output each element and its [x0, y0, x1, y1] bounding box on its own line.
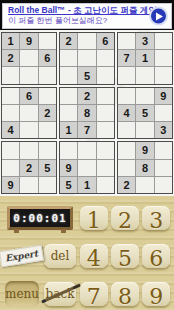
cell-r8c5[interactable] — [78, 160, 95, 176]
cell-r7c1[interactable] — [2, 142, 19, 158]
ad-content[interactable]: Roll the Ball™ - 초 고난이도 퍼즐 게임 이 퍼즐 한번 풀어… — [2, 3, 172, 29]
cell-r1c2[interactable]: 9 — [20, 33, 37, 49]
cell-r2c2[interactable] — [20, 50, 37, 66]
cell-r4c2[interactable]: 6 — [20, 88, 37, 104]
cell-r8c4[interactable]: 9 — [60, 160, 77, 176]
box-8: 951 — [59, 141, 115, 194]
cell-r5c8[interactable]: 5 — [136, 105, 153, 121]
back-label: back — [46, 287, 75, 301]
digit-2-label: 2 — [118, 210, 132, 232]
cell-r3c4[interactable] — [60, 67, 77, 83]
cell-r1c9[interactable] — [155, 33, 172, 49]
digit-button-9[interactable]: 9 — [142, 282, 170, 306]
back-pencil-button[interactable]: back — [44, 282, 76, 306]
cell-r1c5[interactable] — [78, 33, 95, 49]
cell-r1c4[interactable]: 2 — [60, 33, 77, 49]
cell-r7c5[interactable] — [78, 142, 95, 158]
cell-r3c3[interactable] — [39, 67, 56, 83]
cell-r6c4[interactable]: 1 — [60, 122, 77, 138]
digit-6-label: 6 — [149, 248, 163, 270]
digit-3-label: 3 — [149, 210, 163, 232]
cell-r6c1[interactable]: 4 — [2, 122, 19, 138]
cell-r3c7[interactable] — [118, 67, 135, 83]
cell-r9c5[interactable]: 1 — [78, 177, 95, 193]
digit-4-label: 4 — [87, 248, 101, 270]
cell-r5c1[interactable] — [2, 105, 19, 121]
cell-r1c3[interactable] — [39, 33, 56, 49]
digit-button-7[interactable]: 7 — [80, 282, 108, 306]
cell-r7c4[interactable] — [60, 142, 77, 158]
cell-r6c2[interactable] — [20, 122, 37, 138]
sudoku-board-area: 1926 265 371 624 2817 9453 259 951 982 — [0, 30, 174, 196]
cell-r9c3[interactable] — [39, 177, 56, 193]
cell-r7c6[interactable] — [97, 142, 114, 158]
box-3: 371 — [117, 32, 173, 85]
cell-r9c1[interactable]: 9 — [2, 177, 19, 193]
cell-r5c6[interactable] — [97, 105, 114, 121]
box-5: 2817 — [59, 87, 115, 140]
menu-button[interactable]: menu — [5, 281, 39, 307]
box-6: 9453 — [117, 87, 173, 140]
cell-r6c7[interactable] — [118, 122, 135, 138]
cell-r2c8[interactable]: 1 — [136, 50, 153, 66]
cell-r5c4[interactable] — [60, 105, 77, 121]
cell-r8c7[interactable] — [118, 160, 135, 176]
ad-banner: Roll the Ball™ - 초 고난이도 퍼즐 게임 이 퍼즐 한번 풀어… — [0, 0, 174, 30]
digit-button-5[interactable]: 5 — [111, 244, 139, 268]
game-timer: 0:00:01 — [7, 206, 73, 230]
cell-r7c3[interactable] — [39, 142, 56, 158]
cell-r4c1[interactable] — [2, 88, 19, 104]
digit-button-3[interactable]: 3 — [142, 206, 170, 230]
cell-r9c7[interactable]: 2 — [118, 177, 135, 193]
cell-r2c5[interactable] — [78, 50, 95, 66]
timer-display: 0:00:01 — [13, 212, 66, 225]
cell-r9c6[interactable] — [97, 177, 114, 193]
cell-r4c9[interactable]: 9 — [155, 88, 172, 104]
cell-r7c8[interactable]: 9 — [136, 142, 153, 158]
ad-play-button[interactable] — [149, 7, 168, 26]
digit-button-4[interactable]: 4 — [80, 244, 108, 268]
box-2: 265 — [59, 32, 115, 85]
digit-9-label: 9 — [149, 286, 163, 308]
cell-r4c7[interactable] — [118, 88, 135, 104]
cell-r8c3[interactable]: 5 — [39, 160, 56, 176]
cell-r2c3[interactable]: 6 — [39, 50, 56, 66]
ad-text[interactable]: Roll the Ball™ - 초 고난이도 퍼즐 게임 이 퍼즐 한번 풀어… — [8, 5, 145, 26]
digit-1-label: 1 — [87, 210, 101, 232]
cell-r1c7[interactable] — [118, 33, 135, 49]
box-1: 1926 — [1, 32, 57, 85]
cell-r4c8[interactable] — [136, 88, 153, 104]
cell-r2c9[interactable] — [155, 50, 172, 66]
cell-r3c6[interactable] — [97, 67, 114, 83]
control-panel: 0:00:01 Expert del menu back 1 2 3 4 5 6… — [0, 196, 174, 310]
cell-r6c3[interactable] — [39, 122, 56, 138]
digit-button-2[interactable]: 2 — [111, 206, 139, 230]
cell-r8c6[interactable] — [97, 160, 114, 176]
cell-r1c1[interactable]: 1 — [2, 33, 19, 49]
cell-r1c6[interactable]: 6 — [97, 33, 114, 49]
cell-r7c7[interactable] — [118, 142, 135, 158]
cell-r6c9[interactable]: 3 — [155, 122, 172, 138]
cell-r8c2[interactable]: 2 — [20, 160, 37, 176]
cell-r5c2[interactable] — [20, 105, 37, 121]
cell-r8c1[interactable] — [2, 160, 19, 176]
digit-8-label: 8 — [118, 286, 132, 308]
cell-r2c7[interactable]: 7 — [118, 50, 135, 66]
cell-r9c9[interactable] — [155, 177, 172, 193]
cell-r5c7[interactable]: 4 — [118, 105, 135, 121]
cell-r3c9[interactable] — [155, 67, 172, 83]
cell-r3c1[interactable] — [2, 67, 19, 83]
cell-r4c6[interactable] — [97, 88, 114, 104]
cell-r3c5[interactable]: 5 — [78, 67, 95, 83]
cell-r4c3[interactable] — [39, 88, 56, 104]
cell-r9c4[interactable]: 5 — [60, 177, 77, 193]
box-7: 259 — [1, 141, 57, 194]
cell-r8c8[interactable]: 8 — [136, 160, 153, 176]
cell-r2c1[interactable]: 2 — [2, 50, 19, 66]
digit-5-label: 5 — [118, 248, 132, 270]
cell-r2c4[interactable] — [60, 50, 77, 66]
cell-r2c6[interactable] — [97, 50, 114, 66]
cell-r7c2[interactable] — [20, 142, 37, 158]
play-arrow-icon — [156, 12, 163, 20]
delete-button[interactable]: del — [44, 244, 76, 268]
cell-r9c2[interactable] — [20, 177, 37, 193]
sudoku-board: 1926 265 371 624 2817 9453 259 951 982 — [1, 32, 173, 194]
cell-r6c6[interactable] — [97, 122, 114, 138]
box-4: 624 — [1, 87, 57, 140]
cell-r1c8[interactable]: 3 — [136, 33, 153, 49]
box-9: 982 — [117, 141, 173, 194]
cell-r6c5[interactable]: 7 — [78, 122, 95, 138]
cell-r4c5[interactable]: 2 — [78, 88, 95, 104]
cell-r8c9[interactable] — [155, 160, 172, 176]
ad-subtitle: 이 퍼즐 한번 풀어보실래요? — [8, 16, 145, 26]
cell-r3c8[interactable] — [136, 67, 153, 83]
digit-button-6[interactable]: 6 — [142, 244, 170, 268]
cell-r9c8[interactable] — [136, 177, 153, 193]
digit-button-1[interactable]: 1 — [80, 206, 108, 230]
cell-r6c8[interactable] — [136, 122, 153, 138]
cell-r5c3[interactable]: 2 — [39, 105, 56, 121]
difficulty-badge: Expert — [0, 245, 45, 268]
cell-r7c9[interactable] — [155, 142, 172, 158]
ad-title-link[interactable]: Roll the Ball™ - 초 고난이도 퍼즐 게임 — [8, 5, 145, 16]
digit-7-label: 7 — [87, 286, 101, 308]
cell-r4c4[interactable] — [60, 88, 77, 104]
cell-r5c5[interactable]: 8 — [78, 105, 95, 121]
cell-r5c9[interactable] — [155, 105, 172, 121]
digit-button-8[interactable]: 8 — [111, 282, 139, 306]
cell-r3c2[interactable] — [20, 67, 37, 83]
